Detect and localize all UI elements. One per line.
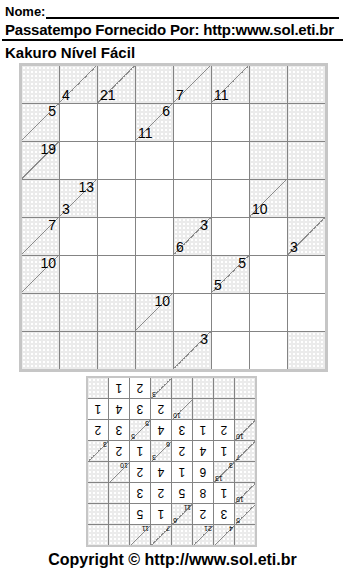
puzzle-cell-r4c1[interactable] [60, 218, 97, 255]
puzzle-cell-r6c4[interactable] [174, 294, 211, 331]
solution-solution-digit: 4 [151, 462, 171, 482]
solution-cell-r4c3: 2 [172, 441, 192, 461]
name-fill-line[interactable] [46, 4, 339, 19]
puzzle-down-clue: 3 [290, 240, 298, 254]
solution-cell-r3c3: 1 [172, 462, 192, 482]
solution-solution-digit: 2 [130, 462, 150, 482]
puzzle-cell-r1c1[interactable] [60, 104, 97, 141]
solution-block-r6c0 [235, 399, 255, 419]
solution-solution-digit: 3 [172, 420, 192, 440]
puzzle-clue-r7c4: 3 [174, 332, 211, 369]
solution-cell-r3c4: 4 [151, 462, 171, 482]
solution-across-clue: 13 [215, 475, 223, 482]
puzzle-cell-r5c6[interactable] [250, 256, 287, 293]
solution-down-clue: 3 [229, 462, 233, 469]
solution-solution-digit: 8 [193, 483, 213, 503]
solution-cell-r5c3: 3 [172, 420, 192, 440]
solution-cell-r6c6: 4 [109, 399, 129, 419]
solution-clue-r0c2: 21 [193, 525, 213, 545]
solution-block-r1c6 [109, 504, 129, 524]
kakuro-solution-grid-rotated: 4217115326111519185231336142107142361231… [86, 376, 257, 547]
solution-solution-digit: 1 [151, 504, 171, 524]
puzzle-cell-r5c4[interactable] [174, 256, 211, 293]
puzzle-cell-r3c5[interactable] [212, 180, 249, 217]
solution-block-r0c7 [88, 525, 108, 545]
puzzle-block-r1c7 [288, 104, 325, 141]
solution-cell-r5c4: 4 [151, 420, 171, 440]
solution-cell-r2c5: 3 [130, 483, 150, 503]
kakuro-puzzle-grid: 4217115611191331073631055103 [19, 63, 328, 372]
puzzle-block-r7c0 [22, 332, 59, 369]
solution-clue-r2c0: 19 [235, 483, 255, 503]
puzzle-block-r6c2 [98, 294, 135, 331]
puzzle-across-clue: 6 [162, 104, 170, 118]
solution-cell-r2c1: 1 [214, 483, 234, 503]
solution-clue-r1c3: 611 [172, 504, 192, 524]
puzzle-clue-r3c1: 133 [60, 180, 97, 217]
puzzle-down-clue: 6 [176, 240, 184, 254]
solution-block-r2c7 [88, 483, 108, 503]
solution-block-r2c6 [109, 483, 129, 503]
puzzle-cell-r5c7[interactable] [288, 256, 325, 293]
puzzle-across-clue: 10 [40, 256, 56, 270]
puzzle-cell-r5c2[interactable] [98, 256, 135, 293]
solution-solution-digit: 3 [130, 399, 150, 419]
puzzle-across-clue: 5 [238, 256, 246, 270]
puzzle-clue-r5c0: 10 [22, 256, 59, 293]
solution-cell-r1c1: 3 [214, 504, 234, 524]
solution-cell-r1c5: 5 [130, 504, 150, 524]
solution-down-clue: 4 [229, 525, 233, 532]
solution-clue-r0c1: 4 [214, 525, 234, 545]
solution-block-r6c2 [193, 399, 213, 419]
solution-block-r7c3 [172, 378, 192, 398]
solution-clue-r3c1: 133 [214, 462, 234, 482]
puzzle-clue-r5c5: 55 [212, 256, 249, 293]
solution-down-clue: 11 [184, 504, 191, 511]
puzzle-clue-r1c3: 611 [136, 104, 173, 141]
puzzle-cell-r3c4[interactable] [174, 180, 211, 217]
solution-solution-digit: 6 [193, 462, 213, 482]
puzzle-across-clue: 19 [40, 142, 56, 156]
solution-solution-digit: 3 [109, 420, 129, 440]
solution-down-clue: 3 [103, 441, 107, 448]
solution-block-r0c0 [235, 525, 255, 545]
puzzle-clue-r6c3: 10 [136, 294, 173, 331]
puzzle-block-r0c3 [136, 66, 173, 103]
puzzle-block-r7c1 [60, 332, 97, 369]
puzzle-clue-r2c0: 19 [22, 142, 59, 179]
solution-cell-r4c5: 1 [130, 441, 150, 461]
solution-clue-r1c0: 5 [235, 504, 255, 524]
solution-across-clue: 5 [236, 517, 240, 524]
solution-across-clue: 6 [173, 517, 177, 524]
solution-block-r7c2 [193, 378, 213, 398]
solution-solution-digit: 2 [172, 441, 192, 461]
solution-clue-r4c7: 3 [88, 441, 108, 461]
solution-cell-r4c1: 1 [214, 441, 234, 461]
solution-cell-r1c2: 2 [193, 504, 213, 524]
page-title: Kakuro Nível Fácil [5, 44, 345, 61]
puzzle-block-r0c6 [250, 66, 287, 103]
puzzle-cell-r1c2[interactable] [98, 104, 135, 141]
puzzle-block-r2c6 [250, 142, 287, 179]
solution-solution-digit: 3 [214, 504, 234, 524]
solution-block-r7c1 [214, 378, 234, 398]
solution-cell-r4c6: 2 [109, 441, 129, 461]
solution-solution-digit: 1 [109, 378, 129, 398]
solution-block-r0c6 [109, 525, 129, 545]
solution-cell-r4c2: 4 [193, 441, 213, 461]
puzzle-down-clue: 10 [252, 202, 268, 216]
puzzle-cell-r2c3[interactable] [136, 142, 173, 179]
puzzle-clue-r0c2: 21 [98, 66, 135, 103]
solution-across-clue: 10 [173, 412, 181, 419]
solution-across-clue: 5 [131, 433, 135, 440]
puzzle-block-r7c2 [98, 332, 135, 369]
solution-clue-r7c4: 3 [151, 378, 171, 398]
name-row: Nome: [5, 3, 339, 19]
solution-solution-digit: 1 [172, 462, 192, 482]
solution-clue-r0c5: 11 [130, 525, 150, 545]
puzzle-across-clue: 10 [154, 294, 170, 308]
puzzle-down-clue: 21 [100, 88, 116, 102]
puzzle-cell-r1c4[interactable] [174, 104, 211, 141]
solution-down-clue: 6 [166, 441, 170, 448]
solution-solution-digit: 1 [88, 399, 108, 419]
solution-block-r1c7 [88, 504, 108, 524]
solution-clue-r5c5: 55 [130, 420, 150, 440]
solution-block-r3c0 [235, 462, 255, 482]
solution-solution-digit: 5 [172, 483, 192, 503]
solution-down-clue: 5 [145, 420, 149, 427]
solution-down-clue: 10 [120, 462, 128, 469]
puzzle-cell-r7c5[interactable] [212, 332, 249, 369]
name-label: Nome: [5, 4, 45, 19]
copyright-text: Copyright © http://www.sol.eti.br [0, 551, 345, 569]
solution-solution-digit: 1 [214, 483, 234, 503]
puzzle-cell-r4c5[interactable] [212, 218, 249, 255]
solution-solution-digit: 2 [151, 483, 171, 503]
solution-across-clue: 10 [236, 433, 244, 440]
puzzle-clue-r1c0: 5 [22, 104, 59, 141]
puzzle-cell-r5c1[interactable] [60, 256, 97, 293]
puzzle-down-clue: 7 [176, 88, 184, 102]
solution-down-clue: 21 [204, 525, 212, 532]
puzzle-across-clue: 7 [48, 218, 56, 232]
puzzle-down-clue: 3 [62, 202, 70, 216]
solution-cell-r2c4: 2 [151, 483, 171, 503]
puzzle-across-clue: 3 [200, 332, 208, 346]
puzzle-cell-r4c2[interactable] [98, 218, 135, 255]
puzzle-down-clue: 4 [62, 88, 70, 102]
solution-clue-r6c3: 10 [172, 399, 192, 419]
puzzle-clue-r0c1: 4 [60, 66, 97, 103]
puzzle-cell-r4c6[interactable] [250, 218, 287, 255]
puzzle-block-r1c6 [250, 104, 287, 141]
solution-solution-digit: 1 [130, 441, 150, 461]
provider-line: Passatempo Fornecido Por: http:www.sol.e… [2, 21, 343, 41]
puzzle-down-clue: 5 [214, 278, 222, 292]
solution-cell-r1c4: 1 [151, 504, 171, 524]
puzzle-across-clue: 3 [200, 218, 208, 232]
solution-cell-r6c4: 2 [151, 399, 171, 419]
puzzle-block-r3c0 [22, 180, 59, 217]
puzzle-cell-r6c6[interactable] [250, 294, 287, 331]
solution-solution-digit: 3 [130, 483, 150, 503]
solution-clue-r0c4: 7 [151, 525, 171, 545]
puzzle-cell-r3c2[interactable] [98, 180, 135, 217]
puzzle-block-r7c3 [136, 332, 173, 369]
solution-cell-r3c5: 2 [130, 462, 150, 482]
solution-cell-r5c6: 3 [109, 420, 129, 440]
puzzle-block-r0c7 [288, 66, 325, 103]
solution-solution-digit: 2 [109, 441, 129, 461]
solution-cell-r6c7: 1 [88, 399, 108, 419]
solution-solution-digit: 2 [214, 420, 234, 440]
solution-block-r6c1 [214, 399, 234, 419]
solution-solution-digit: 2 [151, 399, 171, 419]
solution-across-clue: 7 [236, 454, 240, 461]
puzzle-clue-r4c0: 7 [22, 218, 59, 255]
puzzle-cell-r2c5[interactable] [212, 142, 249, 179]
solution-clue-r5c0: 10 [235, 420, 255, 440]
puzzle-block-r6c1 [60, 294, 97, 331]
puzzle-cell-r5c3[interactable] [136, 256, 173, 293]
solution-clue-r3c6: 10 [109, 462, 129, 482]
solution-clue-r4c0: 7 [235, 441, 255, 461]
solution-across-clue: 19 [236, 496, 244, 503]
puzzle-clue-r4c4: 36 [174, 218, 211, 255]
solution-solution-digit: 2 [130, 378, 150, 398]
puzzle-across-clue: 13 [78, 180, 94, 194]
puzzle-block-r3c7 [288, 180, 325, 217]
solution-cell-r7c6: 1 [109, 378, 129, 398]
puzzle-cell-r6c5[interactable] [212, 294, 249, 331]
solution-cell-r7c5: 2 [130, 378, 150, 398]
solution-solution-digit: 4 [193, 441, 213, 461]
solution-cell-r5c2: 1 [193, 420, 213, 440]
solution-block-r0c3 [172, 525, 192, 545]
puzzle-block-r7c7 [288, 332, 325, 369]
puzzle-cell-r7c6[interactable] [250, 332, 287, 369]
solution-block-r3c7 [88, 462, 108, 482]
puzzle-down-clue: 11 [214, 88, 229, 102]
puzzle-across-clue: 5 [48, 104, 56, 118]
solution-cell-r6c5: 3 [130, 399, 150, 419]
puzzle-clue-r3c6: 10 [250, 180, 287, 217]
solution-clue-r4c4: 36 [151, 441, 171, 461]
puzzle-cell-r3c3[interactable] [136, 180, 173, 217]
puzzle-down-clue: 11 [138, 126, 153, 140]
solution-solution-digit: 2 [193, 504, 213, 524]
solution-cell-r3c2: 6 [193, 462, 213, 482]
solution-across-clue: 3 [152, 391, 156, 398]
solution-solution-digit: 4 [151, 420, 171, 440]
puzzle-clue-r0c4: 7 [174, 66, 211, 103]
puzzle-block-r0c0 [22, 66, 59, 103]
solution-cell-r5c7: 2 [88, 420, 108, 440]
solution-cell-r2c2: 8 [193, 483, 213, 503]
solution-solution-digit: 2 [88, 420, 108, 440]
puzzle-block-r6c0 [22, 294, 59, 331]
puzzle-page: Nome: Passatempo Fornecido Por: http:www… [0, 3, 345, 569]
solution-across-clue: 3 [152, 454, 156, 461]
puzzle-cell-r6c7[interactable] [288, 294, 325, 331]
solution-cell-r2c3: 5 [172, 483, 192, 503]
solution-down-clue: 7 [166, 525, 170, 532]
puzzle-block-r2c7 [288, 142, 325, 179]
puzzle-cell-r1c5[interactable] [212, 104, 249, 141]
puzzle-cell-r4c3[interactable] [136, 218, 173, 255]
solution-down-clue: 11 [142, 525, 149, 532]
solution-block-r7c0 [235, 378, 255, 398]
puzzle-clue-r0c5: 11 [212, 66, 249, 103]
solution-solution-digit: 5 [130, 504, 150, 524]
puzzle-cell-r2c2[interactable] [98, 142, 135, 179]
puzzle-clue-r4c7: 3 [288, 218, 325, 255]
puzzle-cell-r2c4[interactable] [174, 142, 211, 179]
solution-solution-digit: 1 [193, 420, 213, 440]
solution-solution-digit: 4 [109, 399, 129, 419]
puzzle-cell-r2c1[interactable] [60, 142, 97, 179]
solution-solution-digit: 1 [214, 441, 234, 461]
solution-block-r7c7 [88, 378, 108, 398]
solution-cell-r5c1: 2 [214, 420, 234, 440]
